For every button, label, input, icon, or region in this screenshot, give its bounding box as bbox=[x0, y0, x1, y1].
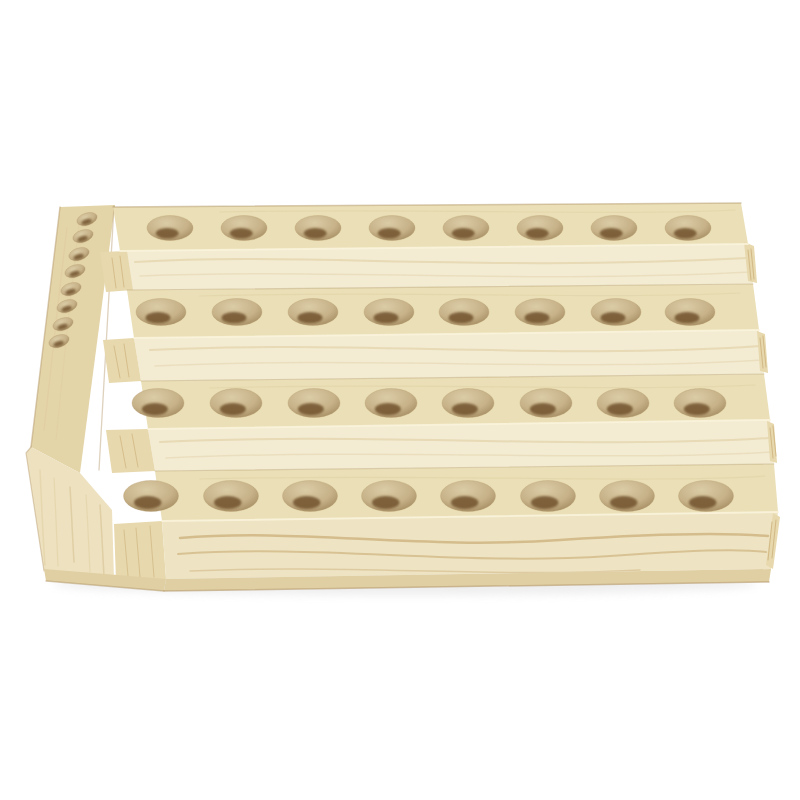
drilled-hole bbox=[600, 481, 655, 512]
drilled-hole bbox=[515, 299, 565, 326]
drilled-hole bbox=[521, 481, 576, 512]
drilled-hole bbox=[439, 299, 489, 326]
drilled-hole bbox=[591, 216, 637, 241]
tier-1-top-face bbox=[113, 203, 748, 251]
drilled-hole bbox=[364, 299, 414, 326]
rack bbox=[26, 203, 780, 591]
drilled-hole bbox=[283, 481, 338, 512]
drilled-hole bbox=[147, 216, 193, 241]
drilled-hole bbox=[441, 481, 496, 512]
drilled-hole bbox=[369, 216, 415, 241]
drilled-hole bbox=[365, 389, 417, 418]
drilled-hole bbox=[136, 299, 186, 326]
drilled-hole bbox=[362, 481, 417, 512]
drilled-hole bbox=[443, 216, 489, 241]
drilled-hole bbox=[212, 299, 262, 326]
drilled-hole bbox=[288, 299, 338, 326]
tiers bbox=[44, 203, 780, 591]
drilled-hole bbox=[204, 481, 259, 512]
drilled-hole bbox=[132, 389, 184, 418]
drilled-hole bbox=[674, 389, 726, 418]
tier-3-left-end-block bbox=[106, 429, 155, 473]
drilled-hole bbox=[210, 389, 262, 418]
rack-illustration bbox=[0, 0, 800, 800]
drilled-hole bbox=[591, 299, 641, 326]
drilled-hole bbox=[288, 389, 340, 418]
drilled-hole bbox=[295, 216, 341, 241]
drilled-hole bbox=[124, 481, 179, 512]
drilled-hole bbox=[665, 216, 711, 241]
drilled-hole bbox=[517, 216, 563, 241]
drilled-hole bbox=[665, 299, 715, 326]
drilled-hole bbox=[442, 389, 494, 418]
product-photo bbox=[0, 0, 800, 800]
drilled-hole bbox=[597, 389, 649, 418]
drilled-hole bbox=[221, 216, 267, 241]
drilled-hole bbox=[679, 481, 734, 512]
drilled-hole bbox=[520, 389, 572, 418]
